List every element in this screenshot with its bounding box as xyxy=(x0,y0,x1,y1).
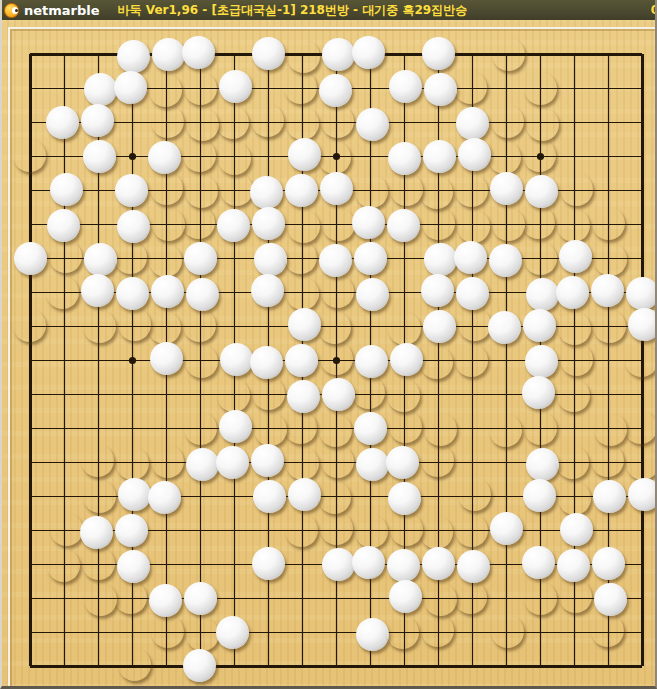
stone-black xyxy=(114,581,147,614)
stone-black xyxy=(218,142,251,175)
stone-white xyxy=(287,380,320,413)
stone-white xyxy=(288,478,321,511)
stone-white xyxy=(559,240,592,273)
stone-white xyxy=(50,173,83,206)
stone-black xyxy=(83,480,116,513)
stone-black xyxy=(284,71,317,104)
stone-black xyxy=(593,310,626,343)
stone-white xyxy=(322,548,355,581)
star-point xyxy=(129,357,136,364)
stone-white xyxy=(356,108,389,141)
stone-white xyxy=(252,207,285,240)
stone-white xyxy=(288,308,321,341)
stone-white xyxy=(387,549,420,582)
stone-black xyxy=(424,413,457,446)
stone-white xyxy=(390,343,423,376)
stone-white xyxy=(114,71,147,104)
title-right-text: 0 xyxy=(651,3,657,17)
stone-white xyxy=(150,342,183,375)
stone-black xyxy=(420,516,453,549)
stone-black xyxy=(559,580,592,613)
stone-white xyxy=(80,516,113,549)
stone-black xyxy=(526,108,559,141)
stone-white xyxy=(319,244,352,277)
stone-white xyxy=(458,138,491,171)
stone-black xyxy=(284,411,317,444)
stone-black xyxy=(492,208,525,241)
stone-white xyxy=(525,175,558,208)
stone-white xyxy=(386,446,419,479)
stone-black xyxy=(352,376,385,409)
stone-white xyxy=(46,106,79,139)
stone-black xyxy=(217,379,250,412)
netmarble-logo: netmarble xyxy=(4,3,100,18)
stone-white xyxy=(117,210,150,243)
stone-black xyxy=(355,175,388,208)
stone-black xyxy=(118,648,151,681)
stone-black xyxy=(287,40,320,73)
stone-black xyxy=(184,72,217,105)
stone-white xyxy=(556,276,589,309)
stone-black xyxy=(422,207,455,240)
stone-black xyxy=(184,412,217,445)
stone-black xyxy=(387,379,420,412)
stone-black xyxy=(390,513,423,546)
stone-black xyxy=(151,445,184,478)
stone-white xyxy=(456,277,489,310)
stone-black xyxy=(420,346,453,379)
stone-white xyxy=(319,74,352,107)
stone-white xyxy=(454,241,487,274)
stone-white xyxy=(488,311,521,344)
stone-white xyxy=(356,278,389,311)
stone-black xyxy=(183,139,216,172)
stone-black xyxy=(492,38,525,71)
stone-white xyxy=(456,107,489,140)
stone-black xyxy=(591,444,624,477)
stone-white xyxy=(217,209,250,242)
stone-white xyxy=(525,345,558,378)
stone-white xyxy=(186,448,219,481)
stone-black xyxy=(321,105,354,138)
stone-black xyxy=(388,312,421,345)
go-board[interactable] xyxy=(0,20,657,689)
stone-black xyxy=(454,581,487,614)
stone-black xyxy=(557,379,590,412)
stone-black xyxy=(252,377,285,410)
stone-white xyxy=(115,174,148,207)
stone-black xyxy=(560,343,593,376)
stone-white xyxy=(591,274,624,307)
stone-white xyxy=(557,549,590,582)
stone-black xyxy=(149,74,182,107)
stone-white xyxy=(522,376,555,409)
stone-black xyxy=(491,615,524,648)
stone-white xyxy=(116,277,149,310)
stone-black xyxy=(287,210,320,243)
game-window: netmarble 바둑 Ver1,96 - [초급대국실-1] 218번방 -… xyxy=(0,0,657,689)
stone-white xyxy=(148,141,181,174)
stone-black xyxy=(116,447,149,480)
stone-black xyxy=(457,210,490,243)
stone-white xyxy=(352,206,385,239)
stone-black xyxy=(118,308,151,341)
stone-black xyxy=(458,308,491,341)
stone-white xyxy=(320,172,353,205)
stone-black xyxy=(524,242,557,275)
stone-white xyxy=(81,104,114,137)
stone-white xyxy=(253,480,286,513)
stone-black xyxy=(285,514,318,547)
stone-black xyxy=(151,105,184,138)
stone-white xyxy=(115,514,148,547)
stone-white xyxy=(251,274,284,307)
stone-black xyxy=(81,444,114,477)
stone-white xyxy=(560,513,593,546)
stone-black xyxy=(251,104,284,137)
stone-white xyxy=(388,482,421,515)
stone-white xyxy=(388,142,421,175)
stone-black xyxy=(185,345,218,378)
stone-black xyxy=(424,583,457,616)
stone-black xyxy=(625,344,657,377)
stone-black xyxy=(556,446,589,479)
stone-white xyxy=(184,582,217,615)
stone-black xyxy=(216,106,249,139)
stone-black xyxy=(152,208,185,241)
stone-black xyxy=(318,311,351,344)
stone-white xyxy=(457,550,490,583)
stone-white xyxy=(421,274,454,307)
stone-black xyxy=(46,276,79,309)
stone-white xyxy=(84,243,117,276)
stone-white xyxy=(354,242,387,275)
stone-black xyxy=(454,71,487,104)
stone-white xyxy=(288,138,321,171)
stone-black xyxy=(524,72,557,105)
stone-black xyxy=(355,515,388,548)
stone-white xyxy=(423,310,456,343)
stone-white xyxy=(285,344,318,377)
stone-black xyxy=(524,582,557,615)
stone-black xyxy=(558,482,591,515)
stone-black xyxy=(557,209,590,242)
stone-black xyxy=(558,312,591,345)
stone-white xyxy=(424,243,457,276)
stone-white xyxy=(522,546,555,579)
stone-white xyxy=(117,40,150,73)
stone-white xyxy=(117,550,150,583)
stone-black xyxy=(49,240,82,273)
stone-black xyxy=(488,141,521,174)
stone-white xyxy=(216,446,249,479)
stone-black xyxy=(626,447,657,480)
stone-black xyxy=(186,618,219,651)
stone-black xyxy=(386,616,419,649)
stone-black xyxy=(624,411,657,444)
stone-black xyxy=(50,513,83,546)
stone-black xyxy=(82,547,115,580)
stone-white xyxy=(183,649,216,682)
stone-white xyxy=(252,547,285,580)
stone-black xyxy=(286,277,319,310)
stone-white xyxy=(250,176,283,209)
window-title: 바둑 Ver1,96 - [초급대국실-1] 218번방 - 대기중 흑29집반… xyxy=(118,2,468,19)
stone-white xyxy=(354,412,387,445)
stone-white xyxy=(84,73,117,106)
netmarble-chick-icon xyxy=(4,3,19,18)
stone-black xyxy=(594,413,627,446)
stone-white xyxy=(250,346,283,379)
stone-black xyxy=(322,208,355,241)
stone-black xyxy=(592,207,625,240)
stone-white xyxy=(352,546,385,579)
stone-black xyxy=(560,173,593,206)
stone-black xyxy=(84,583,117,616)
stone-black xyxy=(389,410,422,443)
stone-white xyxy=(352,36,385,69)
stone-black xyxy=(318,141,351,174)
stone-white xyxy=(322,378,355,411)
stone-black xyxy=(13,139,46,172)
stone-black xyxy=(455,514,488,547)
stone-white xyxy=(594,583,627,616)
stone-black xyxy=(148,311,181,344)
stone-white xyxy=(628,308,657,341)
stone-black xyxy=(390,173,423,206)
stone-white xyxy=(285,174,318,207)
stone-black xyxy=(491,105,524,138)
app-name: netmarble xyxy=(24,3,100,18)
stone-white xyxy=(149,584,182,617)
stone-black xyxy=(183,309,216,342)
stone-white xyxy=(118,478,151,511)
stone-black xyxy=(455,174,488,207)
stone-white xyxy=(182,36,215,69)
stone-white xyxy=(387,209,420,242)
stone-black xyxy=(83,310,116,343)
stone-white xyxy=(593,480,626,513)
stone-white xyxy=(219,410,252,443)
stone-black xyxy=(458,478,491,511)
stone-black xyxy=(594,243,627,276)
stone-white xyxy=(523,309,556,342)
stone-white xyxy=(355,345,388,378)
stone-white xyxy=(186,278,219,311)
stone-white xyxy=(254,243,287,276)
stone-white xyxy=(356,448,389,481)
stone-black xyxy=(524,412,557,445)
stone-white xyxy=(184,242,217,275)
stone-white xyxy=(490,172,523,205)
stone-white xyxy=(152,38,185,71)
stone-black xyxy=(522,206,555,239)
stone-white xyxy=(220,343,253,376)
stone-white xyxy=(219,70,252,103)
stone-black xyxy=(319,414,352,447)
stone-white xyxy=(423,140,456,173)
stone-black xyxy=(318,481,351,514)
stone-black xyxy=(182,206,215,239)
stone-black xyxy=(286,107,319,140)
stone-white xyxy=(628,478,657,511)
stone-black xyxy=(420,176,453,209)
stone-black xyxy=(320,512,353,545)
stone-black xyxy=(47,549,80,582)
stone-white xyxy=(252,37,285,70)
stone-black xyxy=(523,139,556,172)
star-point xyxy=(129,153,136,160)
stone-white xyxy=(356,618,389,651)
stone-white xyxy=(14,242,47,275)
stone-black xyxy=(591,614,624,647)
stone-black xyxy=(114,241,147,274)
stone-white xyxy=(389,580,422,613)
stone-white xyxy=(526,448,559,481)
stone-white xyxy=(251,444,284,477)
stone-white xyxy=(422,37,455,70)
stone-black xyxy=(421,614,454,647)
stone-black xyxy=(321,445,354,478)
stone-white xyxy=(389,70,422,103)
stone-white xyxy=(322,38,355,71)
stone-white xyxy=(592,547,625,580)
stone-white xyxy=(148,481,181,514)
stone-white xyxy=(626,277,657,310)
stone-black xyxy=(254,413,287,446)
stone-black xyxy=(455,344,488,377)
stone-black xyxy=(150,172,183,205)
stone-black xyxy=(489,414,522,447)
stone-black xyxy=(421,444,454,477)
stone-black xyxy=(321,275,354,308)
stone-black xyxy=(186,108,219,141)
stone-white xyxy=(490,512,523,545)
stone-white xyxy=(422,547,455,580)
stone-black xyxy=(286,447,319,480)
title-bar: netmarble 바둑 Ver1,96 - [초급대국실-1] 218번방 -… xyxy=(0,0,657,20)
stone-white xyxy=(83,140,116,173)
stone-white xyxy=(489,244,522,277)
stone-black xyxy=(149,244,182,277)
stone-black xyxy=(185,175,218,208)
stone-white xyxy=(81,274,114,307)
stone-white xyxy=(526,278,559,311)
stone-white xyxy=(523,479,556,512)
stone-black xyxy=(284,241,317,274)
stone-black xyxy=(13,309,46,342)
stone-black xyxy=(220,173,253,206)
stone-black xyxy=(320,342,353,375)
stone-white xyxy=(216,616,249,649)
stone-white xyxy=(151,275,184,308)
stone-white xyxy=(424,73,457,106)
stone-white xyxy=(47,209,80,242)
stone-black xyxy=(151,615,184,648)
